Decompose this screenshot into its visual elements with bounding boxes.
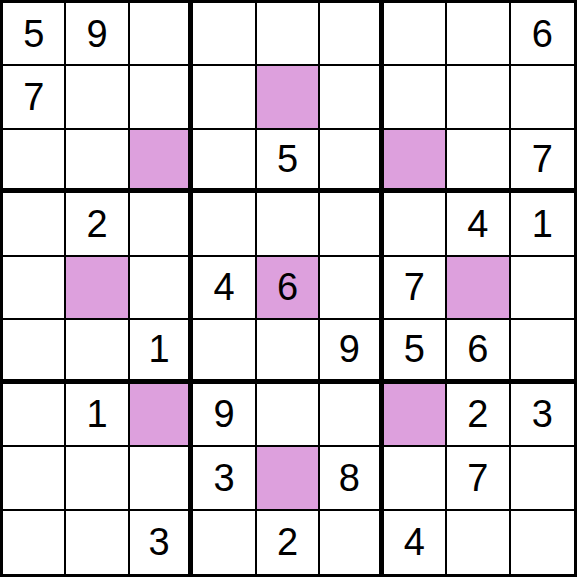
cell-r4c3[interactable] — [130, 193, 193, 256]
cell-r2c2[interactable] — [66, 66, 129, 129]
cell-r5c4[interactable]: 4 — [193, 257, 256, 320]
cell-r8c1[interactable] — [3, 447, 66, 510]
cell-r5c5[interactable]: 6 — [257, 257, 320, 320]
cell-r1c3[interactable] — [130, 3, 193, 66]
cell-r7c2[interactable]: 1 — [66, 384, 129, 447]
cell-r9c5[interactable]: 2 — [257, 511, 320, 574]
cell-r9c4[interactable] — [193, 511, 256, 574]
cell-r8c4[interactable]: 3 — [193, 447, 256, 510]
cell-r5c7[interactable]: 7 — [384, 257, 447, 320]
cell-r3c1[interactable] — [3, 130, 66, 193]
cell-r3c3[interactable] — [130, 130, 193, 193]
cell-r5c3[interactable] — [130, 257, 193, 320]
cell-r2c9[interactable] — [511, 66, 574, 129]
cell-r6c1[interactable] — [3, 320, 66, 383]
cell-r2c4[interactable] — [193, 66, 256, 129]
cell-r6c8[interactable]: 6 — [447, 320, 510, 383]
cell-r3c6[interactable] — [320, 130, 383, 193]
cell-r9c7[interactable]: 4 — [384, 511, 447, 574]
cell-r4c8[interactable]: 4 — [447, 193, 510, 256]
cell-r4c1[interactable] — [3, 193, 66, 256]
cell-r7c7[interactable] — [384, 384, 447, 447]
cell-r1c4[interactable] — [193, 3, 256, 66]
cell-r2c6[interactable] — [320, 66, 383, 129]
cell-r8c5[interactable] — [257, 447, 320, 510]
cell-r5c1[interactable] — [3, 257, 66, 320]
cell-r1c1[interactable]: 5 — [3, 3, 66, 66]
cell-r7c8[interactable]: 2 — [447, 384, 510, 447]
cell-r4c7[interactable] — [384, 193, 447, 256]
cell-r2c5[interactable] — [257, 66, 320, 129]
cell-r8c3[interactable] — [130, 447, 193, 510]
cell-r5c9[interactable] — [511, 257, 574, 320]
cell-r3c8[interactable] — [447, 130, 510, 193]
cell-r4c2[interactable]: 2 — [66, 193, 129, 256]
cell-r6c7[interactable]: 5 — [384, 320, 447, 383]
cell-r5c2[interactable] — [66, 257, 129, 320]
cell-r9c1[interactable] — [3, 511, 66, 574]
cell-r1c7[interactable] — [384, 3, 447, 66]
cell-r9c6[interactable] — [320, 511, 383, 574]
cell-r7c5[interactable] — [257, 384, 320, 447]
cell-r7c1[interactable] — [3, 384, 66, 447]
cell-r3c7[interactable] — [384, 130, 447, 193]
cell-r9c2[interactable] — [66, 511, 129, 574]
cell-r4c5[interactable] — [257, 193, 320, 256]
cell-r8c9[interactable] — [511, 447, 574, 510]
cell-r5c8[interactable] — [447, 257, 510, 320]
cell-r2c8[interactable] — [447, 66, 510, 129]
cell-r3c4[interactable] — [193, 130, 256, 193]
cell-r6c3[interactable]: 1 — [130, 320, 193, 383]
cell-r3c5[interactable]: 5 — [257, 130, 320, 193]
cell-r7c9[interactable]: 3 — [511, 384, 574, 447]
cell-r7c3[interactable] — [130, 384, 193, 447]
cell-r6c5[interactable] — [257, 320, 320, 383]
cell-r3c2[interactable] — [66, 130, 129, 193]
cell-r7c4[interactable]: 9 — [193, 384, 256, 447]
cell-r6c2[interactable] — [66, 320, 129, 383]
cell-r8c7[interactable] — [384, 447, 447, 510]
cell-r8c2[interactable] — [66, 447, 129, 510]
cell-r5c6[interactable] — [320, 257, 383, 320]
cell-r2c7[interactable] — [384, 66, 447, 129]
cell-r1c9[interactable]: 6 — [511, 3, 574, 66]
cell-r4c4[interactable] — [193, 193, 256, 256]
cell-r9c9[interactable] — [511, 511, 574, 574]
cell-r7c6[interactable] — [320, 384, 383, 447]
cell-r4c6[interactable] — [320, 193, 383, 256]
cell-r6c4[interactable] — [193, 320, 256, 383]
cell-r9c8[interactable] — [447, 511, 510, 574]
cell-r1c6[interactable] — [320, 3, 383, 66]
cell-r1c8[interactable] — [447, 3, 510, 66]
cell-r2c3[interactable] — [130, 66, 193, 129]
cell-r6c6[interactable]: 9 — [320, 320, 383, 383]
cell-r4c9[interactable]: 1 — [511, 193, 574, 256]
sudoku-board: 59675724146719561923387324 — [0, 0, 577, 577]
cell-r1c2[interactable]: 9 — [66, 3, 129, 66]
cell-r9c3[interactable]: 3 — [130, 511, 193, 574]
cell-r8c6[interactable]: 8 — [320, 447, 383, 510]
cell-r6c9[interactable] — [511, 320, 574, 383]
cell-r1c5[interactable] — [257, 3, 320, 66]
cell-r8c8[interactable]: 7 — [447, 447, 510, 510]
cell-r2c1[interactable]: 7 — [3, 66, 66, 129]
cell-r3c9[interactable]: 7 — [511, 130, 574, 193]
